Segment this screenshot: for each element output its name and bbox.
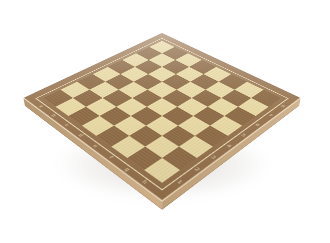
square-d3[interactable] bbox=[116, 98, 146, 116]
square-e2[interactable] bbox=[114, 116, 146, 136]
square-b1[interactable] bbox=[55, 98, 85, 116]
square-h4[interactable] bbox=[195, 126, 228, 147]
square-g3[interactable] bbox=[162, 126, 195, 147]
square-f5[interactable] bbox=[177, 98, 207, 116]
rank-labels: 87654321 bbox=[167, 100, 292, 191]
square-e3[interactable] bbox=[131, 107, 162, 126]
square-e1[interactable] bbox=[96, 126, 129, 147]
square-f4[interactable] bbox=[162, 107, 193, 126]
square-g6[interactable] bbox=[208, 98, 238, 116]
square-h1[interactable] bbox=[144, 158, 180, 183]
square-h5[interactable] bbox=[210, 116, 242, 136]
file-labels: abcdefgh bbox=[32, 100, 158, 191]
square-f2[interactable] bbox=[129, 126, 162, 147]
scene: abcdefgh 87654321 bbox=[0, 0, 330, 243]
square-h2[interactable] bbox=[162, 147, 197, 170]
square-g1[interactable] bbox=[127, 147, 162, 170]
square-g5[interactable] bbox=[193, 107, 224, 126]
square-d2[interactable] bbox=[100, 107, 131, 126]
square-c2[interactable] bbox=[86, 98, 116, 116]
square-h3[interactable] bbox=[179, 136, 213, 158]
board-top-face: abcdefgh 87654321 bbox=[23, 33, 300, 201]
square-f1[interactable] bbox=[111, 136, 145, 158]
photo-background: abcdefgh 87654321 bbox=[0, 0, 330, 243]
chess-board: abcdefgh 87654321 bbox=[23, 33, 300, 201]
square-c1[interactable] bbox=[68, 107, 99, 126]
square-h7[interactable] bbox=[238, 98, 268, 116]
square-f3[interactable] bbox=[146, 116, 178, 136]
square-e4[interactable] bbox=[147, 98, 177, 116]
board-grid bbox=[43, 41, 281, 183]
square-d1[interactable] bbox=[82, 116, 114, 136]
square-h6[interactable] bbox=[224, 107, 255, 126]
square-g4[interactable] bbox=[178, 116, 210, 136]
square-g2[interactable] bbox=[145, 136, 179, 158]
